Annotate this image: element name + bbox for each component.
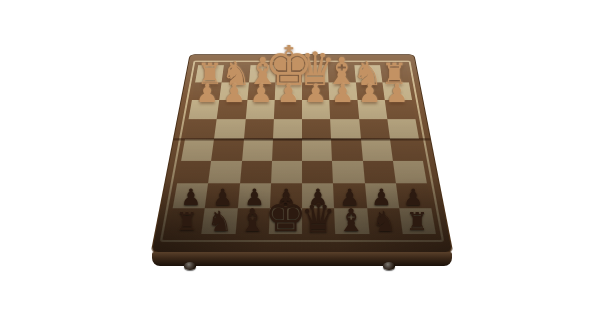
square-e4[interactable] [273, 119, 302, 139]
square-h4[interactable] [185, 119, 217, 139]
square-e6[interactable] [271, 160, 302, 183]
square-c6[interactable] [332, 160, 364, 183]
piece-white-pawn-d2[interactable]: ♟ [304, 80, 327, 106]
square-b4[interactable] [359, 119, 390, 139]
piece-white-pawn-e2[interactable]: ♟ [277, 80, 300, 106]
square-h5[interactable] [181, 139, 214, 160]
piece-black-bishop-f8[interactable]: ♝ [239, 205, 267, 236]
piece-white-pawn-f2[interactable]: ♟ [250, 80, 273, 106]
square-g6[interactable] [208, 160, 241, 183]
square-e5[interactable] [272, 139, 302, 160]
piece-black-knight-g8[interactable]: ♞ [207, 208, 232, 236]
piece-black-pawn-a7[interactable]: ♟ [403, 187, 423, 210]
square-a6[interactable] [393, 160, 427, 183]
square-g4[interactable] [214, 119, 245, 139]
square-a4[interactable] [387, 119, 419, 139]
photo-stage: ♜♞♝♛♚♝♞♜♟♟♟♟♟♟♟♟♟♟♟♟♟♟♟♟♜♞♝♛♚♝♞♜ [0, 0, 600, 315]
square-d6[interactable] [302, 160, 333, 183]
square-f6[interactable] [240, 160, 272, 183]
piece-white-pawn-c2[interactable]: ♟ [331, 80, 354, 106]
square-b5[interactable] [361, 139, 393, 160]
piece-white-pawn-g2[interactable]: ♟ [223, 80, 246, 106]
square-c5[interactable] [331, 139, 362, 160]
piece-white-pawn-b2[interactable]: ♟ [358, 80, 381, 106]
square-f4[interactable] [244, 119, 274, 139]
square-b6[interactable] [362, 160, 395, 183]
square-c4[interactable] [330, 119, 360, 139]
clasp-left [184, 262, 196, 270]
square-d4[interactable] [302, 119, 331, 139]
piece-black-king-e8[interactable]: ♚ [265, 192, 307, 239]
square-f5[interactable] [242, 139, 273, 160]
piece-white-pawn-a2[interactable]: ♟ [385, 80, 408, 106]
piece-white-pawn-h2[interactable]: ♟ [196, 80, 219, 106]
piece-black-pawn-h7[interactable]: ♟ [181, 187, 201, 210]
square-h6[interactable] [177, 160, 211, 183]
clasp-right [383, 262, 395, 270]
square-a5[interactable] [390, 139, 423, 160]
piece-black-knight-b8[interactable]: ♞ [372, 208, 397, 236]
piece-black-rook-h8[interactable]: ♜ [176, 211, 198, 236]
piece-black-bishop-c8[interactable]: ♝ [337, 205, 365, 236]
square-d5[interactable] [302, 139, 332, 160]
piece-black-rook-a8[interactable]: ♜ [406, 211, 428, 236]
square-g5[interactable] [211, 139, 243, 160]
board-edge [152, 252, 452, 266]
